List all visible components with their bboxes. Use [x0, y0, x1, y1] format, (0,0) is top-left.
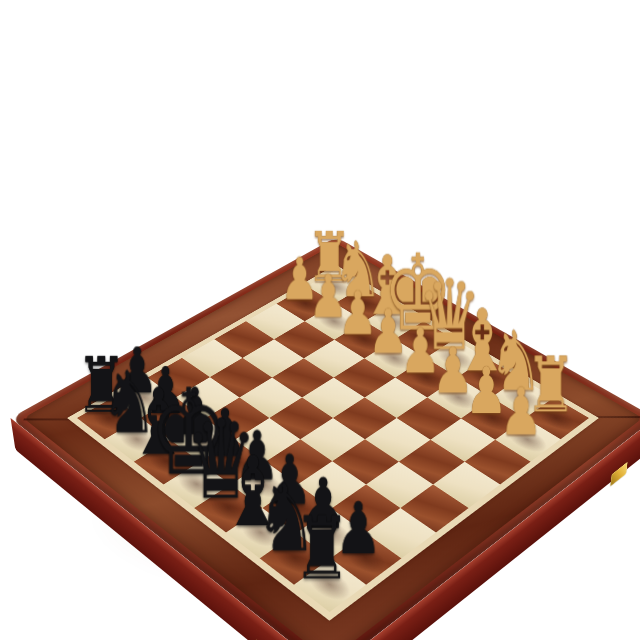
- product-photo-scene: ♜♞♝♚♛♝♞♜♟♟♟♟♟♟♟♟♟♟♟♟♟♟♟♟♜♞♝♚♛♝♞♜: [0, 0, 640, 640]
- gold-clasp-icon: [610, 462, 627, 487]
- white-pawn[interactable]: ♟: [500, 382, 543, 444]
- black-rook[interactable]: ♜: [293, 508, 350, 590]
